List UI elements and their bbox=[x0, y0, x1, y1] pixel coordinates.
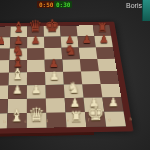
square-h4[interactable] bbox=[99, 71, 119, 84]
square-h7[interactable]: ♟ bbox=[94, 36, 113, 47]
game-screen: ♜♝♛♚♜♟♟♟♟♟♟♟♞♞♝♟♝♟♟♟♞♟♟♟♟♟♜♞♝♛♜♚ abcdefg… bbox=[0, 0, 150, 150]
square-h5[interactable] bbox=[97, 59, 117, 72]
clock-right: 0:30 bbox=[54, 1, 72, 8]
square-d6[interactable] bbox=[27, 48, 45, 60]
square-g5[interactable] bbox=[80, 59, 99, 72]
top-hud: 0:50 0:30 Boris bbox=[0, 0, 150, 12]
square-g7[interactable]: ♟ bbox=[78, 36, 96, 47]
square-b7[interactable]: ♟ bbox=[0, 37, 10, 48]
square-f6[interactable]: ♞ bbox=[61, 47, 79, 59]
square-e7[interactable] bbox=[44, 36, 62, 47]
square-e3[interactable] bbox=[45, 85, 64, 99]
square-f5[interactable] bbox=[62, 59, 81, 72]
square-g6[interactable] bbox=[79, 47, 98, 59]
square-b6[interactable] bbox=[0, 48, 10, 60]
piece-white-pawn[interactable]: ♟ bbox=[49, 71, 59, 82]
square-d3[interactable]: ♟ bbox=[27, 85, 46, 99]
square-g4[interactable] bbox=[81, 71, 101, 84]
square-c3[interactable]: ♟ bbox=[8, 85, 27, 99]
piece-red-knight[interactable]: ♞ bbox=[65, 43, 77, 57]
board-scene: ♜♝♛♚♜♟♟♟♟♟♟♟♞♞♝♟♝♟♟♟♞♟♟♟♟♟♜♞♝♛♜♚ bbox=[0, 0, 150, 150]
square-h6[interactable] bbox=[96, 47, 115, 59]
file-label-b: b bbox=[3, 119, 6, 124]
square-d5[interactable] bbox=[27, 60, 45, 73]
file-label-f: f bbox=[88, 117, 90, 122]
square-e8[interactable]: ♚ bbox=[44, 26, 61, 37]
side-panel-edge[interactable] bbox=[142, 0, 150, 21]
piece-white-bishop[interactable]: ♝ bbox=[11, 67, 25, 83]
piece-red-pawn[interactable]: ♟ bbox=[0, 36, 6, 47]
file-label-e: e bbox=[67, 118, 70, 123]
piece-white-pawn[interactable]: ♟ bbox=[31, 84, 41, 96]
piece-white-pawn[interactable]: ♟ bbox=[108, 97, 119, 109]
square-d7[interactable]: ♟ bbox=[27, 37, 44, 48]
file-label-c: c bbox=[24, 119, 26, 124]
opponent-name-label: Boris bbox=[126, 2, 142, 9]
piece-red-king[interactable]: ♚ bbox=[45, 18, 60, 35]
piece-red-pawn[interactable]: ♟ bbox=[31, 35, 41, 46]
piece-red-queen[interactable]: ♛ bbox=[28, 19, 42, 35]
piece-red-pawn[interactable]: ♟ bbox=[49, 58, 59, 69]
board-grid: ♜♝♛♚♜♟♟♟♟♟♟♟♞♞♝♟♝♟♟♟♞♟♟♟♟♟♜♞♝♛♜♚ bbox=[0, 25, 126, 129]
piece-red-rook[interactable]: ♜ bbox=[97, 22, 108, 34]
piece-red-pawn[interactable]: ♟ bbox=[82, 35, 91, 46]
square-h2[interactable]: ♟ bbox=[102, 97, 123, 111]
piece-red-pawn[interactable]: ♟ bbox=[99, 34, 108, 45]
piece-white-pawn[interactable]: ♟ bbox=[12, 85, 22, 97]
file-label-d: d bbox=[45, 118, 48, 123]
square-e2[interactable] bbox=[46, 98, 66, 113]
file-label-g: g bbox=[108, 117, 111, 122]
file-label-h: h bbox=[129, 116, 132, 121]
piece-red-bishop[interactable]: ♝ bbox=[12, 21, 25, 35]
square-e4[interactable]: ♟ bbox=[45, 72, 64, 85]
clock-left: 0:50 bbox=[37, 1, 55, 8]
piece-white-knight[interactable]: ♞ bbox=[67, 81, 80, 96]
